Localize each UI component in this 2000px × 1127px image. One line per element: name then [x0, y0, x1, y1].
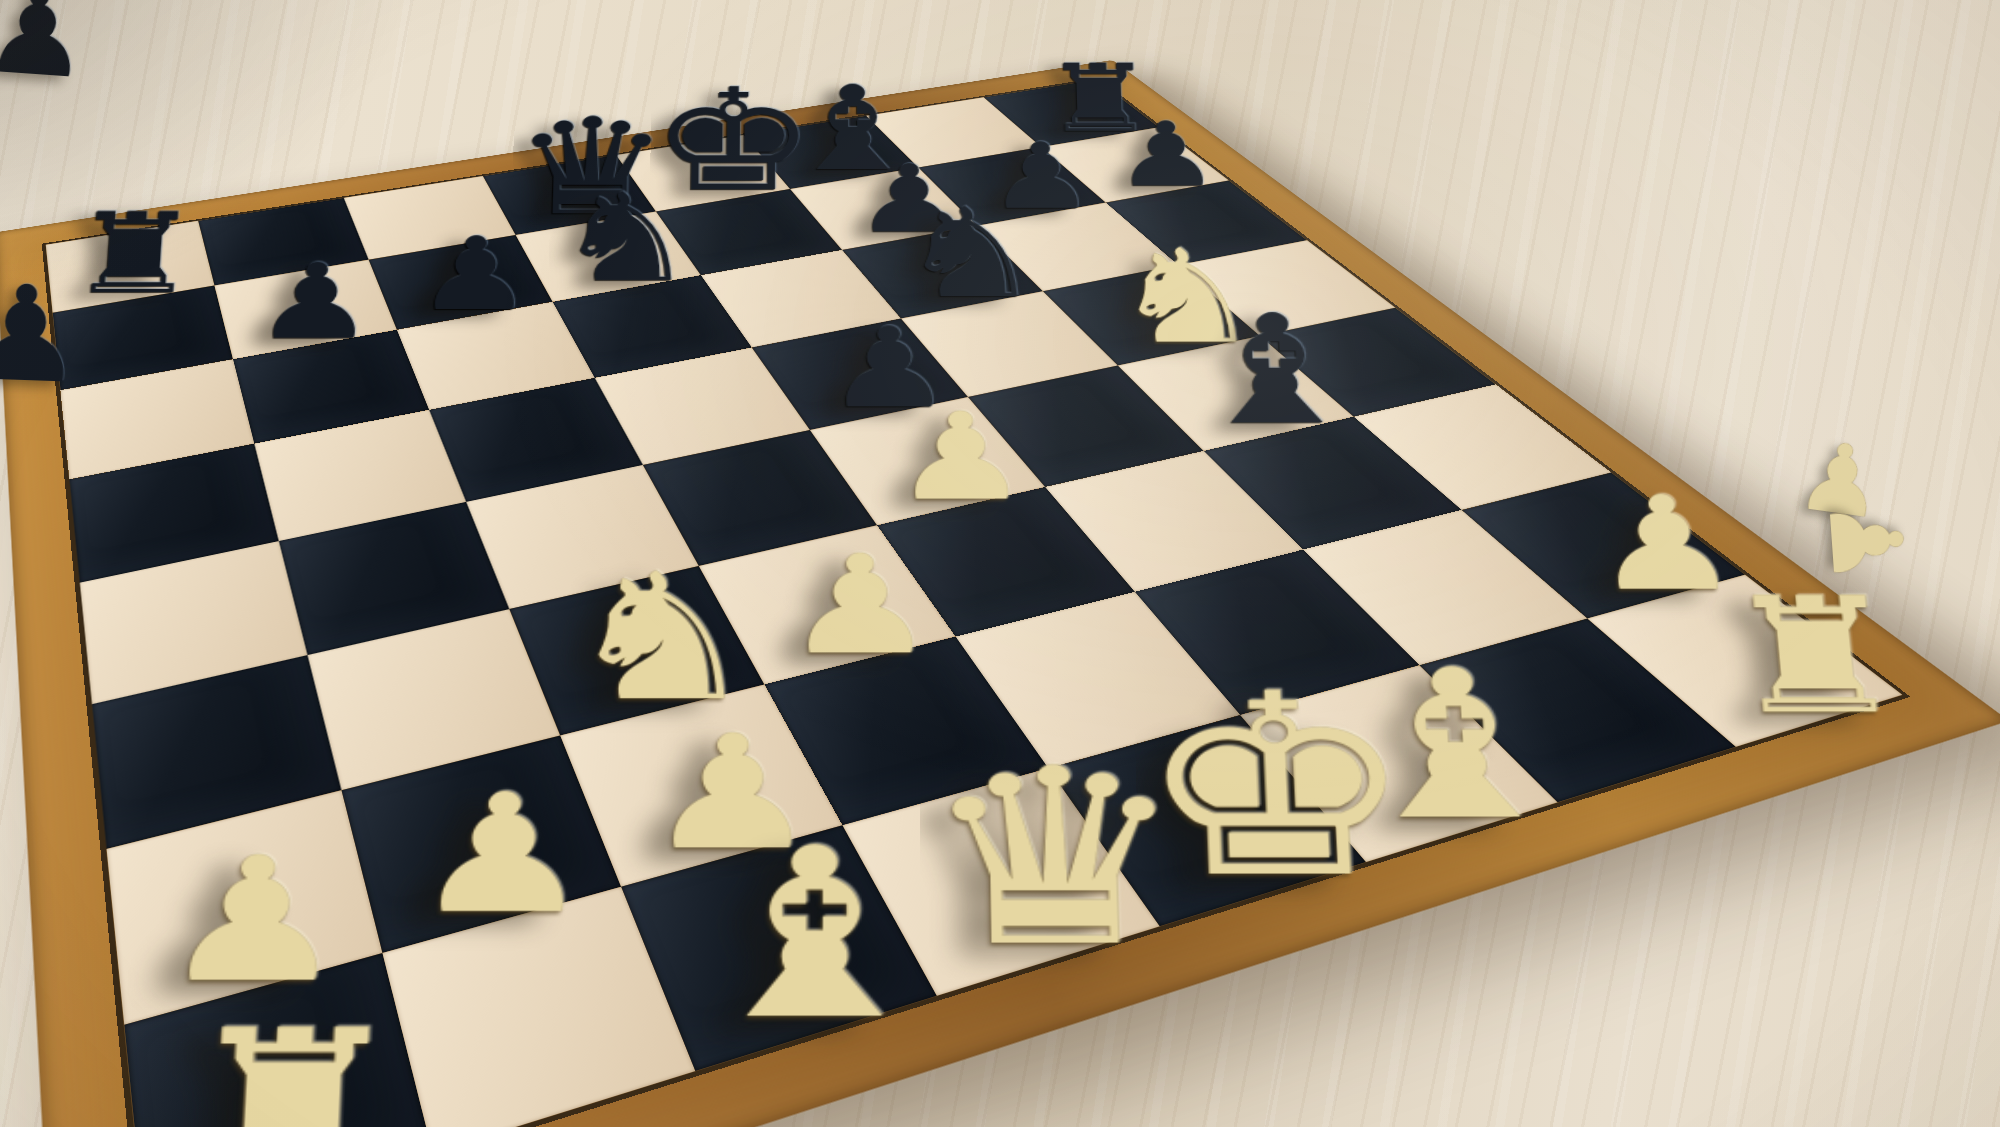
square-d5[interactable]: [595, 347, 810, 464]
piece-black-knight-f6[interactable]: ♞: [892, 192, 1050, 316]
piece-black-pawn-h7[interactable]: ♟: [1095, 111, 1238, 200]
chess-photo-scene: ♜♛♚♝♜♟♟♞♟♟♟♞♟♞♟♝♞♟♟♟♟♟♜♝♛♚♝♜ ♟♟♟♟: [0, 0, 2000, 1127]
square-a4[interactable]: [80, 541, 308, 704]
captured-black-pawn-0[interactable]: ♟: [0, 0, 94, 96]
piece-black-pawn-b7[interactable]: ♟: [232, 250, 399, 354]
captured-white-pawn-3[interactable]: ♟: [1814, 494, 1918, 588]
piece-white-knight-c3[interactable]: ♞: [554, 550, 769, 725]
piece-white-pawn-b2[interactable]: ♟: [379, 773, 626, 937]
piece-white-rook-h1[interactable]: ♜: [1701, 576, 1930, 736]
piece-white-queen-d1[interactable]: ♛: [919, 736, 1171, 980]
piece-white-pawn-e4[interactable]: ♟: [869, 398, 1055, 518]
piece-white-rook-a1[interactable]: ♜: [145, 1001, 436, 1127]
square-b5[interactable]: [254, 410, 466, 541]
piece-white-pawn-d3[interactable]: ♟: [757, 538, 964, 675]
piece-white-pawn-a2[interactable]: ♟: [124, 836, 385, 1008]
piece-black-pawn-c7[interactable]: ♟: [394, 224, 555, 325]
captured-black-pawn-1[interactable]: ♟: [0, 266, 87, 402]
square-b7[interactable]: ♟: [215, 260, 397, 359]
square-a6[interactable]: [60, 359, 254, 479]
piece-black-knight-d7[interactable]: ♞: [548, 177, 704, 299]
piece-black-bishop-g4[interactable]: ♝: [1185, 295, 1365, 446]
piece-white-bishop-c1[interactable]: ♝: [684, 818, 944, 1053]
